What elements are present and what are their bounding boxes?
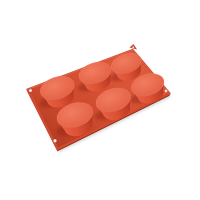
product-photo: [0, 0, 200, 200]
corner-hole-right: [165, 90, 168, 93]
silicone-mold-graphic: [0, 0, 200, 200]
corner-hole-top: [132, 46, 134, 48]
corner-hole-left: [29, 89, 32, 92]
corner-hole-bottom: [53, 139, 56, 142]
